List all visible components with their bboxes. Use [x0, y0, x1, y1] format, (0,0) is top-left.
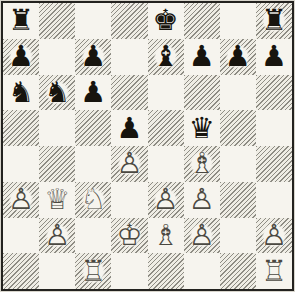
square-g3[interactable] — [220, 182, 256, 218]
square-g4[interactable] — [220, 146, 256, 182]
square-c5[interactable] — [75, 110, 111, 146]
square-e1[interactable] — [148, 253, 184, 289]
black-king[interactable]: ♚ — [149, 4, 182, 37]
square-h4[interactable] — [256, 146, 292, 182]
white-pawn[interactable]: ♙ — [149, 183, 182, 216]
square-f4[interactable]: ♗ — [184, 146, 220, 182]
square-b1[interactable] — [39, 253, 75, 289]
square-e6[interactable] — [148, 75, 184, 111]
square-e4[interactable] — [148, 146, 184, 182]
square-c3[interactable]: ♘ — [75, 182, 111, 218]
white-rook[interactable]: ♖ — [77, 255, 110, 288]
square-d3[interactable] — [111, 182, 147, 218]
square-d5[interactable]: ♟ — [111, 110, 147, 146]
square-g6[interactable] — [220, 75, 256, 111]
square-g5[interactable] — [220, 110, 256, 146]
white-pawn[interactable]: ♙ — [185, 183, 218, 216]
square-b2[interactable]: ♙ — [39, 218, 75, 254]
square-h1[interactable]: ♖ — [256, 253, 292, 289]
black-rook[interactable]: ♜ — [4, 4, 37, 37]
black-pawn[interactable]: ♟ — [113, 112, 146, 145]
square-g1[interactable] — [220, 253, 256, 289]
square-g7[interactable]: ♟ — [220, 39, 256, 75]
black-bishop[interactable]: ♝ — [149, 40, 182, 73]
black-pawn[interactable]: ♟ — [257, 40, 290, 73]
square-c1[interactable]: ♖ — [75, 253, 111, 289]
square-a3[interactable]: ♙ — [3, 182, 39, 218]
square-f1[interactable] — [184, 253, 220, 289]
white-king[interactable]: ♔ — [113, 219, 146, 252]
square-b8[interactable] — [39, 3, 75, 39]
square-b7[interactable] — [39, 39, 75, 75]
white-rook[interactable]: ♖ — [257, 255, 290, 288]
black-pawn[interactable]: ♟ — [185, 40, 218, 73]
chess-board-frame: ♜♚♜♟♟♝♟♟♟♞♞♟♟♛♙♗♙♕♘♙♙♙♔♗♙♙♖♖ — [1, 1, 294, 291]
square-b3[interactable]: ♕ — [39, 182, 75, 218]
white-pawn[interactable]: ♙ — [185, 219, 218, 252]
square-a7[interactable]: ♟ — [3, 39, 39, 75]
square-a1[interactable] — [3, 253, 39, 289]
square-e8[interactable]: ♚ — [148, 3, 184, 39]
white-bishop[interactable]: ♗ — [149, 219, 182, 252]
white-knight[interactable]: ♘ — [77, 183, 110, 216]
square-h6[interactable] — [256, 75, 292, 111]
black-pawn[interactable]: ♟ — [4, 40, 37, 73]
square-c7[interactable]: ♟ — [75, 39, 111, 75]
black-pawn[interactable]: ♟ — [77, 76, 110, 109]
square-a5[interactable] — [3, 110, 39, 146]
square-c6[interactable]: ♟ — [75, 75, 111, 111]
white-pawn[interactable]: ♙ — [4, 183, 37, 216]
square-d4[interactable]: ♙ — [111, 146, 147, 182]
black-knight[interactable]: ♞ — [41, 76, 74, 109]
white-bishop[interactable]: ♗ — [185, 147, 218, 180]
square-f3[interactable]: ♙ — [184, 182, 220, 218]
square-f7[interactable]: ♟ — [184, 39, 220, 75]
black-pawn[interactable]: ♟ — [221, 40, 254, 73]
square-f5[interactable]: ♛ — [184, 110, 220, 146]
white-pawn[interactable]: ♙ — [113, 147, 146, 180]
square-e7[interactable]: ♝ — [148, 39, 184, 75]
square-e5[interactable] — [148, 110, 184, 146]
black-knight[interactable]: ♞ — [4, 76, 37, 109]
square-a6[interactable]: ♞ — [3, 75, 39, 111]
square-a2[interactable] — [3, 218, 39, 254]
square-h3[interactable] — [256, 182, 292, 218]
square-f2[interactable]: ♙ — [184, 218, 220, 254]
square-c8[interactable] — [75, 3, 111, 39]
white-pawn[interactable]: ♙ — [257, 219, 290, 252]
square-d2[interactable]: ♔ — [111, 218, 147, 254]
square-d7[interactable] — [111, 39, 147, 75]
square-a4[interactable] — [3, 146, 39, 182]
square-f8[interactable] — [184, 3, 220, 39]
square-d6[interactable] — [111, 75, 147, 111]
square-d1[interactable] — [111, 253, 147, 289]
chess-board: ♜♚♜♟♟♝♟♟♟♞♞♟♟♛♙♗♙♕♘♙♙♙♔♗♙♙♖♖ — [3, 3, 292, 289]
square-b4[interactable] — [39, 146, 75, 182]
square-h8[interactable]: ♜ — [256, 3, 292, 39]
square-f6[interactable] — [184, 75, 220, 111]
square-a8[interactable]: ♜ — [3, 3, 39, 39]
square-c4[interactable] — [75, 146, 111, 182]
square-g2[interactable] — [220, 218, 256, 254]
black-pawn[interactable]: ♟ — [77, 40, 110, 73]
square-e3[interactable]: ♙ — [148, 182, 184, 218]
square-h7[interactable]: ♟ — [256, 39, 292, 75]
black-rook[interactable]: ♜ — [257, 4, 290, 37]
white-pawn[interactable]: ♙ — [41, 219, 74, 252]
square-d8[interactable] — [111, 3, 147, 39]
square-c2[interactable] — [75, 218, 111, 254]
square-g8[interactable] — [220, 3, 256, 39]
square-b5[interactable] — [39, 110, 75, 146]
square-e2[interactable]: ♗ — [148, 218, 184, 254]
chess-diagram-page: ♜♚♜♟♟♝♟♟♟♞♞♟♟♛♙♗♙♕♘♙♙♙♔♗♙♙♖♖ — [0, 0, 295, 292]
white-queen[interactable]: ♕ — [41, 183, 74, 216]
square-h2[interactable]: ♙ — [256, 218, 292, 254]
square-h5[interactable] — [256, 110, 292, 146]
square-b6[interactable]: ♞ — [39, 75, 75, 111]
black-queen[interactable]: ♛ — [185, 112, 218, 145]
